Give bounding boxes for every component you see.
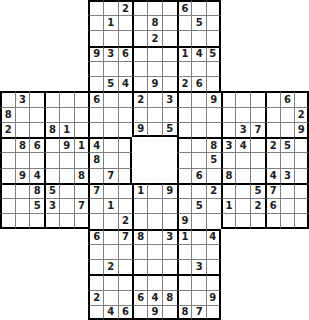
cell-r1c14[interactable] bbox=[191, 0, 206, 15]
cell-r13c6[interactable] bbox=[74, 183, 89, 198]
cell-r15c5[interactable] bbox=[59, 213, 74, 228]
cell-r8c9[interactable] bbox=[118, 107, 133, 122]
cell-r3c14[interactable] bbox=[191, 30, 206, 45]
cell-r13c16[interactable] bbox=[221, 183, 236, 198]
cell-r10c1[interactable] bbox=[0, 137, 15, 152]
cell-r14c10[interactable] bbox=[132, 198, 147, 213]
cell-r3c12[interactable] bbox=[162, 30, 177, 45]
cell-r9c16[interactable] bbox=[221, 122, 236, 137]
void-r18c18 bbox=[250, 259, 265, 274]
cell-r15c8[interactable] bbox=[103, 213, 118, 228]
void-r21c16 bbox=[221, 305, 236, 320]
cell-r1c10[interactable] bbox=[132, 0, 147, 15]
void-r20c6 bbox=[74, 290, 89, 305]
void-r19c5 bbox=[59, 274, 74, 289]
void-r20c2 bbox=[15, 290, 30, 305]
void-r4c1 bbox=[0, 46, 15, 61]
cell-r10c21[interactable] bbox=[294, 137, 309, 152]
void-r1c21 bbox=[294, 0, 309, 15]
cell-r12c15[interactable] bbox=[206, 168, 221, 183]
cell-r15c12[interactable] bbox=[162, 213, 177, 228]
cell-r5c14[interactable] bbox=[191, 61, 206, 76]
void-r6c5 bbox=[59, 76, 74, 91]
cell-r11c14[interactable] bbox=[191, 152, 206, 167]
cell-r2c7[interactable] bbox=[88, 15, 103, 30]
cell-r7c6[interactable] bbox=[74, 91, 89, 106]
cell-r11c18[interactable] bbox=[250, 152, 265, 167]
cell-r13c9[interactable] bbox=[118, 183, 133, 198]
cell-r21c15[interactable] bbox=[206, 305, 221, 320]
cell-r20c13[interactable] bbox=[177, 290, 192, 305]
given-cell-r11c7: 8 bbox=[88, 152, 103, 167]
void-r20c16 bbox=[221, 290, 236, 305]
cell-r14c1[interactable] bbox=[0, 198, 15, 213]
given-cell-r10c15: 8 bbox=[206, 137, 221, 152]
cell-r7c18[interactable] bbox=[250, 91, 265, 106]
cell-r19c15[interactable] bbox=[206, 274, 221, 289]
cell-r5c15[interactable] bbox=[206, 61, 221, 76]
void-r6c21 bbox=[294, 76, 309, 91]
void-r12c11 bbox=[147, 168, 162, 183]
cell-r8c4[interactable] bbox=[44, 107, 59, 122]
cell-r15c21[interactable] bbox=[294, 213, 309, 228]
cell-r10c14[interactable] bbox=[191, 137, 206, 152]
void-r1c2 bbox=[15, 0, 30, 15]
void-r20c17 bbox=[235, 290, 250, 305]
cell-r11c3[interactable] bbox=[29, 152, 44, 167]
cell-r11c17[interactable] bbox=[235, 152, 250, 167]
cell-r5c9[interactable] bbox=[118, 61, 133, 76]
cell-r18c15[interactable] bbox=[206, 259, 221, 274]
given-cell-r9c1: 2 bbox=[0, 122, 15, 137]
given-cell-r10c20: 5 bbox=[280, 137, 295, 152]
void-r16c6 bbox=[74, 229, 89, 244]
cell-r1c15[interactable] bbox=[206, 0, 221, 15]
cell-r10c13[interactable] bbox=[177, 137, 192, 152]
cell-r16c14[interactable] bbox=[191, 229, 206, 244]
cell-r13c1[interactable] bbox=[0, 183, 15, 198]
void-r3c1 bbox=[0, 30, 15, 45]
cell-r15c4[interactable] bbox=[44, 213, 59, 228]
cell-r3c9[interactable] bbox=[118, 30, 133, 45]
cell-r15c2[interactable] bbox=[15, 213, 30, 228]
cell-r19c11[interactable] bbox=[147, 274, 162, 289]
cell-r2c10[interactable] bbox=[132, 15, 147, 30]
given-cell-r1c13: 6 bbox=[177, 0, 192, 15]
cell-r18c7[interactable] bbox=[88, 259, 103, 274]
cell-r3c8[interactable] bbox=[103, 30, 118, 45]
cell-r15c19[interactable] bbox=[265, 213, 280, 228]
void-r21c21 bbox=[294, 305, 309, 320]
cell-r4c11[interactable] bbox=[147, 46, 162, 61]
cell-r2c9[interactable] bbox=[118, 15, 133, 30]
given-cell-r8c21: 2 bbox=[294, 107, 309, 122]
cell-r18c12[interactable] bbox=[162, 259, 177, 274]
cell-r8c16[interactable] bbox=[221, 107, 236, 122]
given-cell-r8c1: 8 bbox=[0, 107, 15, 122]
cell-r4c12[interactable] bbox=[162, 46, 177, 61]
cell-r8c14[interactable] bbox=[191, 107, 206, 122]
void-r17c3 bbox=[29, 244, 44, 259]
cell-r19c13[interactable] bbox=[177, 274, 192, 289]
void-r21c3 bbox=[29, 305, 44, 320]
cell-r5c8[interactable] bbox=[103, 61, 118, 76]
cell-r12c18[interactable] bbox=[250, 168, 265, 183]
void-r1c4 bbox=[44, 0, 59, 15]
cell-r15c15[interactable] bbox=[206, 213, 221, 228]
void-r10c11 bbox=[147, 137, 162, 152]
cell-r17c9[interactable] bbox=[118, 244, 133, 259]
cell-r5c12[interactable] bbox=[162, 61, 177, 76]
void-r1c1 bbox=[0, 0, 15, 15]
given-cell-r7c10: 2 bbox=[132, 91, 147, 106]
cell-r8c2[interactable] bbox=[15, 107, 30, 122]
given-cell-r10c6: 1 bbox=[74, 137, 89, 152]
cell-r18c10[interactable] bbox=[132, 259, 147, 274]
void-r4c18 bbox=[250, 46, 265, 61]
cell-r17c7[interactable] bbox=[88, 244, 103, 259]
cell-r10c4[interactable] bbox=[44, 137, 59, 152]
cell-r8c8[interactable] bbox=[103, 107, 118, 122]
cell-r15c7[interactable] bbox=[88, 213, 103, 228]
given-cell-r14c18: 2 bbox=[250, 198, 265, 213]
given-cell-r14c6: 7 bbox=[74, 198, 89, 213]
cell-r14c20[interactable] bbox=[280, 198, 295, 213]
given-cell-r12c19: 4 bbox=[265, 168, 280, 183]
cell-r3c13[interactable] bbox=[177, 30, 192, 45]
cell-r3c7[interactable] bbox=[88, 30, 103, 45]
given-cell-r6c8: 5 bbox=[103, 76, 118, 91]
cell-r7c17[interactable] bbox=[235, 91, 250, 106]
cell-r21c10[interactable] bbox=[132, 305, 147, 320]
void-r17c18 bbox=[250, 244, 265, 259]
cell-r15c11[interactable] bbox=[147, 213, 162, 228]
void-r2c17 bbox=[235, 15, 250, 30]
cell-r11c16[interactable] bbox=[221, 152, 236, 167]
cell-r19c8[interactable] bbox=[103, 274, 118, 289]
cell-r2c15[interactable] bbox=[206, 15, 221, 30]
cell-r12c9[interactable] bbox=[118, 168, 133, 183]
void-r21c18 bbox=[250, 305, 265, 320]
cell-r10c8[interactable] bbox=[103, 137, 118, 152]
cell-r13c8[interactable] bbox=[103, 183, 118, 198]
cell-r17c14[interactable] bbox=[191, 244, 206, 259]
cell-r16c11[interactable] bbox=[147, 229, 162, 244]
cell-r20c9[interactable] bbox=[118, 290, 133, 305]
given-cell-r16c9: 7 bbox=[118, 229, 133, 244]
cell-r9c8[interactable] bbox=[103, 122, 118, 137]
void-r6c16 bbox=[221, 76, 236, 91]
cell-r9c11[interactable] bbox=[147, 122, 162, 137]
void-r1c5 bbox=[59, 0, 74, 15]
given-cell-r4c15: 5 bbox=[206, 46, 221, 61]
cell-r15c20[interactable] bbox=[280, 213, 295, 228]
void-r20c4 bbox=[44, 290, 59, 305]
void-r17c19 bbox=[265, 244, 280, 259]
cell-r6c10[interactable] bbox=[132, 76, 147, 91]
cell-r18c9[interactable] bbox=[118, 259, 133, 274]
cell-r9c6[interactable] bbox=[74, 122, 89, 137]
cell-r7c8[interactable] bbox=[103, 91, 118, 106]
given-cell-r13c18: 5 bbox=[250, 183, 265, 198]
cell-r13c11[interactable] bbox=[147, 183, 162, 198]
void-r1c3 bbox=[29, 0, 44, 15]
cell-r6c15[interactable] bbox=[206, 76, 221, 91]
cell-r17c11[interactable] bbox=[147, 244, 162, 259]
cell-r9c14[interactable] bbox=[191, 122, 206, 137]
cell-r13c2[interactable] bbox=[15, 183, 30, 198]
void-r6c19 bbox=[265, 76, 280, 91]
void-r19c16 bbox=[221, 274, 236, 289]
void-r2c5 bbox=[59, 15, 74, 30]
cell-r11c2[interactable] bbox=[15, 152, 30, 167]
cell-r1c12[interactable] bbox=[162, 0, 177, 15]
cell-r6c7[interactable] bbox=[88, 76, 103, 91]
cell-r12c13[interactable] bbox=[177, 168, 192, 183]
cell-r14c5[interactable] bbox=[59, 198, 74, 213]
cell-r11c1[interactable] bbox=[0, 152, 15, 167]
cell-r14c9[interactable] bbox=[118, 198, 133, 213]
cell-r19c10[interactable] bbox=[132, 274, 147, 289]
void-r4c4 bbox=[44, 46, 59, 61]
void-r21c17 bbox=[235, 305, 250, 320]
cell-r7c9[interactable] bbox=[118, 91, 133, 106]
cell-r4c10[interactable] bbox=[132, 46, 147, 61]
cell-r7c21[interactable] bbox=[294, 91, 309, 106]
void-r3c4 bbox=[44, 30, 59, 45]
given-cell-r16c15: 4 bbox=[206, 229, 221, 244]
cell-r5c11[interactable] bbox=[147, 61, 162, 76]
void-r10c10 bbox=[132, 137, 147, 152]
cell-r14c15[interactable] bbox=[206, 198, 221, 213]
cell-r12c5[interactable] bbox=[59, 168, 74, 183]
given-cell-r4c9: 6 bbox=[118, 46, 133, 61]
void-r19c18 bbox=[250, 274, 265, 289]
void-r4c17 bbox=[235, 46, 250, 61]
cell-r5c10[interactable] bbox=[132, 61, 147, 76]
cell-r7c3[interactable] bbox=[29, 91, 44, 106]
cell-r7c14[interactable] bbox=[191, 91, 206, 106]
cell-r9c7[interactable] bbox=[88, 122, 103, 137]
cell-r18c11[interactable] bbox=[147, 259, 162, 274]
given-cell-r2c14: 5 bbox=[191, 15, 206, 30]
given-cell-r13c7: 7 bbox=[88, 183, 103, 198]
cell-r8c20[interactable] bbox=[280, 107, 295, 122]
cell-r8c15[interactable] bbox=[206, 107, 221, 122]
cell-r14c13[interactable] bbox=[177, 198, 192, 213]
given-cell-r14c14: 5 bbox=[191, 198, 206, 213]
cell-r15c18[interactable] bbox=[250, 213, 265, 228]
cell-r13c21[interactable] bbox=[294, 183, 309, 198]
void-r16c5 bbox=[59, 229, 74, 244]
cell-r19c7[interactable] bbox=[88, 274, 103, 289]
void-r18c5 bbox=[59, 259, 74, 274]
void-r21c19 bbox=[265, 305, 280, 320]
cell-r12c4[interactable] bbox=[44, 168, 59, 183]
void-r4c6 bbox=[74, 46, 89, 61]
cell-r9c15[interactable] bbox=[206, 122, 221, 137]
void-r3c21 bbox=[294, 30, 309, 45]
sohei-sudoku-board: 2618529361455492636239682281953798691483… bbox=[0, 0, 309, 320]
cell-r14c2[interactable] bbox=[15, 198, 30, 213]
cell-r19c9[interactable] bbox=[118, 274, 133, 289]
cell-r15c17[interactable] bbox=[235, 213, 250, 228]
cell-r11c13[interactable] bbox=[177, 152, 192, 167]
cell-r18c13[interactable] bbox=[177, 259, 192, 274]
void-r3c2 bbox=[15, 30, 30, 45]
cell-r19c14[interactable] bbox=[191, 274, 206, 289]
cell-r14c11[interactable] bbox=[147, 198, 162, 213]
cell-r1c7[interactable] bbox=[88, 0, 103, 15]
given-cell-r16c7: 6 bbox=[88, 229, 103, 244]
cell-r11c20[interactable] bbox=[280, 152, 295, 167]
cell-r17c13[interactable] bbox=[177, 244, 192, 259]
given-cell-r21c11: 9 bbox=[147, 305, 162, 320]
cell-r7c4[interactable] bbox=[44, 91, 59, 106]
void-r1c20 bbox=[280, 0, 295, 15]
cell-r7c19[interactable] bbox=[265, 91, 280, 106]
void-r18c19 bbox=[265, 259, 280, 274]
void-r11c11 bbox=[147, 152, 162, 167]
cell-r14c12[interactable] bbox=[162, 198, 177, 213]
cell-r5c7[interactable] bbox=[88, 61, 103, 76]
given-cell-r20c11: 4 bbox=[147, 290, 162, 305]
given-cell-r10c3: 6 bbox=[29, 137, 44, 152]
cell-r17c15[interactable] bbox=[206, 244, 221, 259]
cell-r9c19[interactable] bbox=[265, 122, 280, 137]
given-cell-r4c8: 3 bbox=[103, 46, 118, 61]
given-cell-r10c5: 9 bbox=[59, 137, 74, 152]
given-cell-r14c16: 1 bbox=[221, 198, 236, 213]
void-r16c4 bbox=[44, 229, 59, 244]
cell-r15c16[interactable] bbox=[221, 213, 236, 228]
cell-r8c17[interactable] bbox=[235, 107, 250, 122]
cell-r8c19[interactable] bbox=[265, 107, 280, 122]
void-r17c5 bbox=[59, 244, 74, 259]
cell-r11c8[interactable] bbox=[103, 152, 118, 167]
given-cell-r14c8: 1 bbox=[103, 198, 118, 213]
cell-r7c13[interactable] bbox=[177, 91, 192, 106]
cell-r15c1[interactable] bbox=[0, 213, 15, 228]
cell-r11c5[interactable] bbox=[59, 152, 74, 167]
cell-r21c12[interactable] bbox=[162, 305, 177, 320]
cell-r13c5[interactable] bbox=[59, 183, 74, 198]
cell-r16c8[interactable] bbox=[103, 229, 118, 244]
cell-r12c7[interactable] bbox=[88, 168, 103, 183]
cell-r2c13[interactable] bbox=[177, 15, 192, 30]
void-r2c6 bbox=[74, 15, 89, 30]
cell-r19c12[interactable] bbox=[162, 274, 177, 289]
cell-r10c18[interactable] bbox=[250, 137, 265, 152]
cell-r20c14[interactable] bbox=[191, 290, 206, 305]
cell-r9c20[interactable] bbox=[280, 122, 295, 137]
given-cell-r7c20: 6 bbox=[280, 91, 295, 106]
given-cell-r2c8: 1 bbox=[103, 15, 118, 30]
given-cell-r9c12: 5 bbox=[162, 122, 177, 137]
void-r19c6 bbox=[74, 274, 89, 289]
void-r5c21 bbox=[294, 61, 309, 76]
void-r17c21 bbox=[294, 244, 309, 259]
cell-r11c9[interactable] bbox=[118, 152, 133, 167]
cell-r11c6[interactable] bbox=[74, 152, 89, 167]
cell-r15c10[interactable] bbox=[132, 213, 147, 228]
cell-r14c21[interactable] bbox=[294, 198, 309, 213]
void-r19c2 bbox=[15, 274, 30, 289]
cell-r8c18[interactable] bbox=[250, 107, 265, 122]
void-r2c20 bbox=[280, 15, 295, 30]
cell-r11c19[interactable] bbox=[265, 152, 280, 167]
cell-r14c17[interactable] bbox=[235, 198, 250, 213]
cell-r17c8[interactable] bbox=[103, 244, 118, 259]
cell-r8c3[interactable] bbox=[29, 107, 44, 122]
cell-r9c2[interactable] bbox=[15, 122, 30, 137]
cell-r8c7[interactable] bbox=[88, 107, 103, 122]
void-r1c16 bbox=[221, 0, 236, 15]
cell-r2c12[interactable] bbox=[162, 15, 177, 30]
cell-r8c12[interactable] bbox=[162, 107, 177, 122]
cell-r3c10[interactable] bbox=[132, 30, 147, 45]
cell-r15c3[interactable] bbox=[29, 213, 44, 228]
cell-r21c7[interactable] bbox=[88, 305, 103, 320]
cell-r17c12[interactable] bbox=[162, 244, 177, 259]
cell-r14c7[interactable] bbox=[88, 198, 103, 213]
cell-r20c8[interactable] bbox=[103, 290, 118, 305]
cell-r17c10[interactable] bbox=[132, 244, 147, 259]
void-r5c2 bbox=[15, 61, 30, 76]
void-r21c2 bbox=[15, 305, 30, 320]
cell-r7c5[interactable] bbox=[59, 91, 74, 106]
cell-r9c13[interactable] bbox=[177, 122, 192, 137]
cell-r3c15[interactable] bbox=[206, 30, 221, 45]
void-r4c21 bbox=[294, 46, 309, 61]
cell-r12c1[interactable] bbox=[0, 168, 15, 183]
given-cell-r21c8: 4 bbox=[103, 305, 118, 320]
void-r17c17 bbox=[235, 244, 250, 259]
cell-r9c3[interactable] bbox=[29, 122, 44, 137]
given-cell-r13c10: 1 bbox=[132, 183, 147, 198]
cell-r10c9[interactable] bbox=[118, 137, 133, 152]
cell-r7c1[interactable] bbox=[0, 91, 15, 106]
cell-r7c16[interactable] bbox=[221, 91, 236, 106]
cell-r13c20[interactable] bbox=[280, 183, 295, 198]
cell-r15c6[interactable] bbox=[74, 213, 89, 228]
given-cell-r13c4: 5 bbox=[44, 183, 59, 198]
cell-r8c10[interactable] bbox=[132, 107, 147, 122]
cell-r13c14[interactable] bbox=[191, 183, 206, 198]
cell-r11c4[interactable] bbox=[44, 152, 59, 167]
cell-r7c11[interactable] bbox=[147, 91, 162, 106]
cell-r8c6[interactable] bbox=[74, 107, 89, 122]
cell-r8c13[interactable] bbox=[177, 107, 192, 122]
void-r17c20 bbox=[280, 244, 295, 259]
cell-r9c9[interactable] bbox=[118, 122, 133, 137]
cell-r12c17[interactable] bbox=[235, 168, 250, 183]
cell-r5c13[interactable] bbox=[177, 61, 192, 76]
cell-r12c21[interactable] bbox=[294, 168, 309, 183]
cell-r15c14[interactable] bbox=[191, 213, 206, 228]
void-r19c21 bbox=[294, 274, 309, 289]
cell-r13c13[interactable] bbox=[177, 183, 192, 198]
void-r6c17 bbox=[235, 76, 250, 91]
given-cell-r7c7: 6 bbox=[88, 91, 103, 106]
cell-r8c5[interactable] bbox=[59, 107, 74, 122]
cell-r1c11[interactable] bbox=[147, 0, 162, 15]
cell-r8c11[interactable] bbox=[147, 107, 162, 122]
cell-r13c17[interactable] bbox=[235, 183, 250, 198]
cell-r6c12[interactable] bbox=[162, 76, 177, 91]
cell-r1c8[interactable] bbox=[103, 0, 118, 15]
cell-r11c21[interactable] bbox=[294, 152, 309, 167]
